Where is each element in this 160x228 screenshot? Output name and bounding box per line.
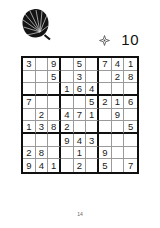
sudoku-cell-r6c5[interactable] bbox=[74, 121, 87, 134]
sudoku-cell-r6c8[interactable] bbox=[112, 121, 125, 134]
sudoku-cell-r7c4[interactable]: 9 bbox=[61, 134, 74, 147]
given-digit: 2 bbox=[77, 160, 82, 171]
sudoku-cell-r7c8[interactable] bbox=[112, 134, 125, 147]
sudoku-cell-r1c1[interactable]: 3 bbox=[23, 58, 36, 71]
sudoku-cell-r6c1[interactable]: 1 bbox=[23, 121, 36, 134]
given-digit: 4 bbox=[77, 135, 82, 146]
given-digit: 7 bbox=[26, 96, 31, 107]
given-digit: 8 bbox=[128, 71, 133, 82]
sudoku-cell-r9c6[interactable] bbox=[86, 159, 99, 172]
sudoku-cell-r9c9[interactable]: 7 bbox=[124, 159, 137, 172]
sudoku-cell-r8c8[interactable] bbox=[112, 147, 125, 160]
sudoku-cell-r5c7[interactable] bbox=[99, 109, 112, 122]
sudoku-cell-r2c2[interactable] bbox=[36, 71, 49, 84]
sudoku-cell-r8c2[interactable]: 8 bbox=[36, 147, 49, 160]
sudoku-cell-r7c1[interactable] bbox=[23, 134, 36, 147]
given-digit: 9 bbox=[115, 109, 120, 120]
sudoku-cell-r5c4[interactable]: 4 bbox=[61, 109, 74, 122]
given-digit: 1 bbox=[128, 58, 133, 69]
given-digit: 4 bbox=[89, 83, 94, 94]
sudoku-cell-r8c5[interactable]: 1 bbox=[74, 147, 87, 160]
sudoku-cell-r7c9[interactable] bbox=[124, 134, 137, 147]
given-digit: 4 bbox=[39, 160, 44, 171]
sudoku-cell-r2c4[interactable] bbox=[61, 71, 74, 84]
sudoku-cell-r2c9[interactable]: 8 bbox=[124, 71, 137, 84]
given-digit: 8 bbox=[39, 147, 44, 158]
given-digit: 4 bbox=[115, 58, 120, 69]
sudoku-cell-r9c5[interactable]: 2 bbox=[74, 159, 87, 172]
sudoku-cell-r2c8[interactable]: 2 bbox=[112, 71, 125, 84]
sudoku-cell-r7c7[interactable] bbox=[99, 134, 112, 147]
sudoku-cell-r4c6[interactable]: 5 bbox=[86, 96, 99, 109]
sudoku-cell-r9c2[interactable]: 4 bbox=[36, 159, 49, 172]
sudoku-cell-r2c3[interactable]: 5 bbox=[48, 71, 61, 84]
sudoku-cell-r5c6[interactable]: 1 bbox=[86, 109, 99, 122]
sudoku-cell-r8c7[interactable]: 9 bbox=[99, 147, 112, 160]
sudoku-cell-r3c2[interactable] bbox=[36, 83, 49, 96]
sudoku-cell-r3c8[interactable] bbox=[112, 83, 125, 96]
sudoku-cell-r2c7[interactable] bbox=[99, 71, 112, 84]
puzzle-header: 10 bbox=[0, 31, 139, 49]
given-digit: 5 bbox=[102, 160, 107, 171]
given-digit: 2 bbox=[102, 96, 107, 107]
diamond-star-icon bbox=[99, 35, 110, 46]
sudoku-cell-r5c2[interactable]: 2 bbox=[36, 109, 49, 122]
sudoku-cell-r4c4[interactable] bbox=[61, 96, 74, 109]
sudoku-cell-r8c4[interactable] bbox=[61, 147, 74, 160]
given-digit: 1 bbox=[77, 147, 82, 158]
sudoku-cell-r3c1[interactable] bbox=[23, 83, 36, 96]
given-digit: 2 bbox=[39, 109, 44, 120]
given-digit: 5 bbox=[128, 121, 133, 132]
given-digit: 6 bbox=[77, 83, 82, 94]
given-digit: 5 bbox=[51, 71, 56, 82]
given-digit: 9 bbox=[26, 160, 31, 171]
given-digit: 1 bbox=[89, 109, 94, 120]
sudoku-cell-r9c7[interactable]: 5 bbox=[99, 159, 112, 172]
sudoku-cell-r3c6[interactable]: 4 bbox=[86, 83, 99, 96]
sudoku-cell-r1c8[interactable]: 4 bbox=[112, 58, 125, 71]
given-digit: 1 bbox=[115, 96, 120, 107]
sudoku-cell-r7c6[interactable]: 3 bbox=[86, 134, 99, 147]
given-digit: 9 bbox=[102, 147, 107, 158]
sudoku-cell-r2c6[interactable] bbox=[86, 71, 99, 84]
sudoku-cell-r4c5[interactable] bbox=[74, 96, 87, 109]
given-digit: 9 bbox=[64, 135, 69, 146]
given-digit: 2 bbox=[115, 71, 120, 82]
given-digit: 7 bbox=[77, 109, 82, 120]
sudoku-cell-r6c2[interactable]: 3 bbox=[36, 121, 49, 134]
puzzle-book-page: 10 3957415328164752162471913825943281994… bbox=[0, 0, 160, 228]
given-digit: 3 bbox=[89, 135, 94, 146]
sudoku-cell-r5c1[interactable] bbox=[23, 109, 36, 122]
given-digit: 3 bbox=[39, 121, 44, 132]
sudoku-cell-r8c6[interactable] bbox=[86, 147, 99, 160]
given-digit: 9 bbox=[51, 58, 56, 69]
sudoku-cell-r4c1[interactable]: 7 bbox=[23, 96, 36, 109]
given-digit: 3 bbox=[77, 71, 82, 82]
sudoku-cell-r9c8[interactable] bbox=[112, 159, 125, 172]
given-digit: 1 bbox=[64, 83, 69, 94]
sudoku-cell-r6c6[interactable] bbox=[86, 121, 99, 134]
given-digit: 4 bbox=[64, 109, 69, 120]
sudoku-cell-r3c9[interactable] bbox=[124, 83, 137, 96]
given-digit: 5 bbox=[89, 96, 94, 107]
sudoku-cell-r7c2[interactable] bbox=[36, 134, 49, 147]
given-digit: 1 bbox=[26, 121, 31, 132]
sudoku-cell-r4c3[interactable] bbox=[48, 96, 61, 109]
sudoku-cell-r1c2[interactable] bbox=[36, 58, 49, 71]
sudoku-cell-r4c2[interactable] bbox=[36, 96, 49, 109]
sudoku-cell-r7c3[interactable] bbox=[48, 134, 61, 147]
given-digit: 7 bbox=[128, 160, 133, 171]
puzzle-number: 10 bbox=[121, 31, 139, 49]
given-digit: 3 bbox=[26, 58, 31, 69]
sudoku-cell-r3c5[interactable]: 6 bbox=[74, 83, 87, 96]
sudoku-cell-r6c9[interactable]: 5 bbox=[124, 121, 137, 134]
sudoku-cell-r5c9[interactable] bbox=[124, 109, 137, 122]
page-number: 14 bbox=[0, 211, 160, 217]
sudoku-cell-r9c3[interactable]: 1 bbox=[48, 159, 61, 172]
sudoku-cell-r1c6[interactable] bbox=[86, 58, 99, 71]
sudoku-cell-r4c9[interactable]: 6 bbox=[124, 96, 137, 109]
sudoku-cell-r2c5[interactable]: 3 bbox=[74, 71, 87, 84]
sudoku-cell-r3c4[interactable]: 1 bbox=[61, 83, 74, 96]
given-digit: 8 bbox=[51, 121, 56, 132]
sudoku-cell-r9c1[interactable]: 9 bbox=[23, 159, 36, 172]
sudoku-cell-r8c3[interactable] bbox=[48, 147, 61, 160]
sudoku-cell-r6c3[interactable]: 8 bbox=[48, 121, 61, 134]
sudoku-cell-r6c7[interactable] bbox=[99, 121, 112, 134]
sudoku-cell-r5c3[interactable] bbox=[48, 109, 61, 122]
sudoku-grid: 3957415328164752162471913825943281994125… bbox=[21, 56, 139, 174]
sudoku-cell-r5c5[interactable]: 7 bbox=[74, 109, 87, 122]
sudoku-cell-r7c5[interactable]: 4 bbox=[74, 134, 87, 147]
sudoku-cell-r1c7[interactable]: 7 bbox=[99, 58, 112, 71]
sudoku-cell-r4c8[interactable]: 1 bbox=[112, 96, 125, 109]
sudoku-cell-r1c9[interactable]: 1 bbox=[124, 58, 137, 71]
sudoku-cell-r9c4[interactable] bbox=[61, 159, 74, 172]
given-digit: 6 bbox=[128, 96, 133, 107]
given-digit: 2 bbox=[64, 121, 69, 132]
given-digit: 7 bbox=[102, 58, 107, 69]
given-digit: 1 bbox=[51, 160, 56, 171]
sudoku-cell-r1c4[interactable] bbox=[61, 58, 74, 71]
sudoku-cell-r5c8[interactable]: 9 bbox=[112, 109, 125, 122]
sudoku-cell-r2c1[interactable] bbox=[23, 71, 36, 84]
sudoku-cell-r3c3[interactable] bbox=[48, 83, 61, 96]
sudoku-cell-r8c1[interactable]: 2 bbox=[23, 147, 36, 160]
sudoku-cell-r8c9[interactable] bbox=[124, 147, 137, 160]
sudoku-cell-r3c7[interactable] bbox=[99, 83, 112, 96]
sudoku-cell-r1c3[interactable]: 9 bbox=[48, 58, 61, 71]
sudoku-cell-r1c5[interactable]: 5 bbox=[74, 58, 87, 71]
given-digit: 5 bbox=[77, 58, 82, 69]
sudoku-cell-r4c7[interactable]: 2 bbox=[99, 96, 112, 109]
given-digit: 2 bbox=[26, 147, 31, 158]
sudoku-cell-r6c4[interactable]: 2 bbox=[61, 121, 74, 134]
